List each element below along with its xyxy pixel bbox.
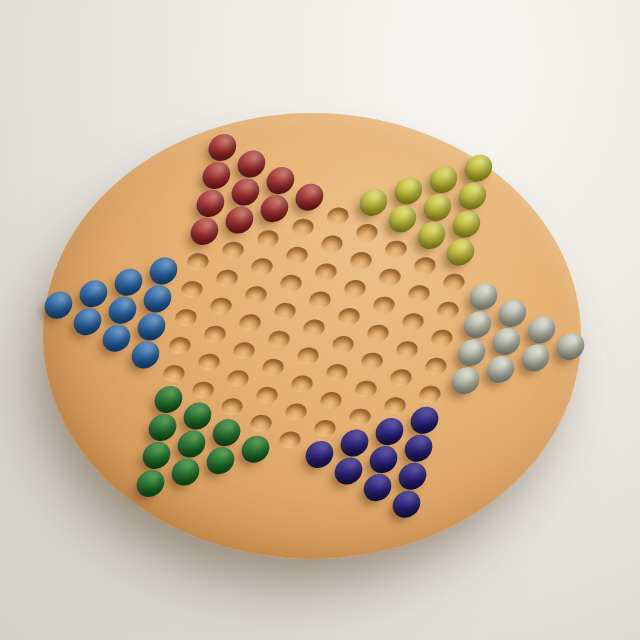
board-hole[interactable] (407, 284, 432, 303)
board-hole[interactable] (250, 257, 275, 276)
marble-red[interactable] (229, 177, 262, 206)
board-hole[interactable] (162, 364, 187, 383)
marble-red[interactable] (188, 217, 221, 246)
marble-navy[interactable] (338, 428, 371, 457)
marble-yellow[interactable] (444, 238, 477, 267)
chinese-checkers-board (43, 113, 581, 559)
board-hole[interactable] (249, 414, 274, 433)
marble-green[interactable] (140, 441, 173, 470)
board-hole[interactable] (326, 207, 351, 226)
marble-navy[interactable] (408, 406, 441, 435)
board-hole[interactable] (395, 340, 420, 359)
board-hole[interactable] (343, 279, 368, 298)
marble-white[interactable] (554, 332, 587, 361)
board-hole[interactable] (302, 319, 327, 338)
board-hole[interactable] (278, 431, 303, 450)
board-hole[interactable] (180, 280, 205, 299)
marble-navy[interactable] (402, 434, 435, 463)
marble-blue[interactable] (71, 307, 104, 336)
board-hole[interactable] (203, 325, 228, 344)
marble-red[interactable] (258, 194, 291, 223)
board-hole[interactable] (284, 403, 309, 422)
marble-blue[interactable] (77, 279, 110, 308)
marble-red[interactable] (200, 161, 233, 190)
marble-green[interactable] (152, 385, 185, 414)
marble-green[interactable] (175, 429, 208, 458)
board-hole[interactable] (285, 246, 310, 265)
board-hole[interactable] (256, 229, 281, 248)
board-hole[interactable] (319, 391, 344, 410)
marble-navy[interactable] (390, 490, 423, 519)
marble-red[interactable] (264, 166, 297, 195)
board-hole[interactable] (215, 269, 240, 288)
marble-yellow[interactable] (357, 188, 390, 217)
board-hole[interactable] (191, 381, 216, 400)
marble-yellow[interactable] (421, 193, 454, 222)
board-hole[interactable] (226, 369, 251, 388)
marble-blue[interactable] (129, 340, 162, 369)
marble-yellow[interactable] (392, 176, 425, 205)
board-hole[interactable] (238, 313, 263, 332)
marble-green[interactable] (239, 435, 272, 464)
marble-navy[interactable] (373, 417, 406, 446)
board-hole[interactable] (168, 336, 193, 355)
marble-white[interactable] (519, 343, 552, 372)
marble-blue[interactable] (100, 324, 133, 353)
board-hole[interactable] (442, 273, 467, 292)
board-hole[interactable] (220, 397, 245, 416)
marble-yellow[interactable] (450, 210, 483, 239)
marble-yellow[interactable] (386, 204, 419, 233)
board-hole[interactable] (261, 358, 286, 377)
marble-red[interactable] (293, 183, 326, 212)
marble-red[interactable] (235, 149, 268, 178)
marble-white[interactable] (484, 355, 517, 384)
board-hole[interactable] (430, 329, 455, 348)
board-hole[interactable] (296, 347, 321, 366)
marble-white[interactable] (467, 282, 500, 311)
board-hole[interactable] (337, 307, 362, 326)
board-hole[interactable] (209, 297, 234, 316)
marble-green[interactable] (146, 413, 179, 442)
marble-navy[interactable] (367, 445, 400, 474)
board-hole[interactable] (279, 274, 304, 293)
marble-white[interactable] (461, 310, 494, 339)
board-hole[interactable] (313, 419, 338, 438)
marble-blue[interactable] (141, 284, 174, 313)
marble-yellow[interactable] (456, 182, 489, 211)
marble-white[interactable] (490, 327, 523, 356)
board-hole[interactable] (186, 252, 211, 271)
board-hole[interactable] (232, 341, 257, 360)
board-hole[interactable] (384, 240, 409, 259)
marble-yellow[interactable] (427, 165, 460, 194)
marble-green[interactable] (181, 401, 214, 430)
board-hole[interactable] (331, 335, 356, 354)
board-hole[interactable] (320, 235, 345, 254)
board-hole[interactable] (366, 324, 391, 343)
board-hole[interactable] (418, 385, 443, 404)
marble-green[interactable] (210, 418, 243, 447)
marble-white[interactable] (449, 366, 482, 395)
board-hole[interactable] (348, 408, 373, 427)
marble-navy[interactable] (361, 473, 394, 502)
marble-blue[interactable] (147, 256, 180, 285)
marble-red[interactable] (194, 189, 227, 218)
board-hole[interactable] (355, 223, 380, 242)
board-hole[interactable] (401, 312, 426, 331)
board-hole[interactable] (349, 251, 374, 270)
marble-green[interactable] (134, 469, 167, 498)
marble-white[interactable] (496, 299, 529, 328)
board-hole[interactable] (244, 285, 269, 304)
marble-blue[interactable] (42, 291, 75, 320)
board-hole[interactable] (314, 263, 339, 282)
marble-navy[interactable] (396, 462, 429, 491)
marble-navy[interactable] (332, 456, 365, 485)
board-hole[interactable] (325, 363, 350, 382)
board-hole[interactable] (389, 368, 414, 387)
board-hole[interactable] (372, 296, 397, 315)
marble-green[interactable] (204, 446, 237, 475)
board-hole[interactable] (413, 256, 438, 275)
board-hole[interactable] (383, 396, 408, 415)
marble-white[interactable] (455, 338, 488, 367)
marble-green[interactable] (169, 457, 202, 486)
board-hole[interactable] (308, 291, 333, 310)
marble-navy[interactable] (303, 440, 336, 469)
board-hole[interactable] (290, 375, 315, 394)
board-hole[interactable] (255, 386, 280, 405)
board-grid (5, 131, 624, 525)
marble-red[interactable] (223, 205, 256, 234)
marble-blue[interactable] (106, 296, 139, 325)
board-hole[interactable] (291, 218, 316, 237)
board-hole[interactable] (174, 308, 199, 327)
board-hole[interactable] (378, 268, 403, 287)
board-hole[interactable] (267, 330, 292, 349)
board-hole[interactable] (197, 353, 222, 372)
marble-yellow[interactable] (462, 154, 495, 183)
marble-red[interactable] (206, 133, 239, 162)
board-hole[interactable] (221, 241, 246, 260)
marble-yellow[interactable] (415, 221, 448, 250)
board-hole[interactable] (354, 380, 379, 399)
marble-white[interactable] (525, 315, 558, 344)
photo-backdrop (0, 0, 640, 640)
board-hole[interactable] (273, 302, 298, 321)
marble-blue[interactable] (112, 268, 145, 297)
marble-blue[interactable] (135, 312, 168, 341)
board-hole[interactable] (360, 352, 385, 371)
board-hole[interactable] (436, 301, 461, 320)
board-hole[interactable] (424, 357, 449, 376)
